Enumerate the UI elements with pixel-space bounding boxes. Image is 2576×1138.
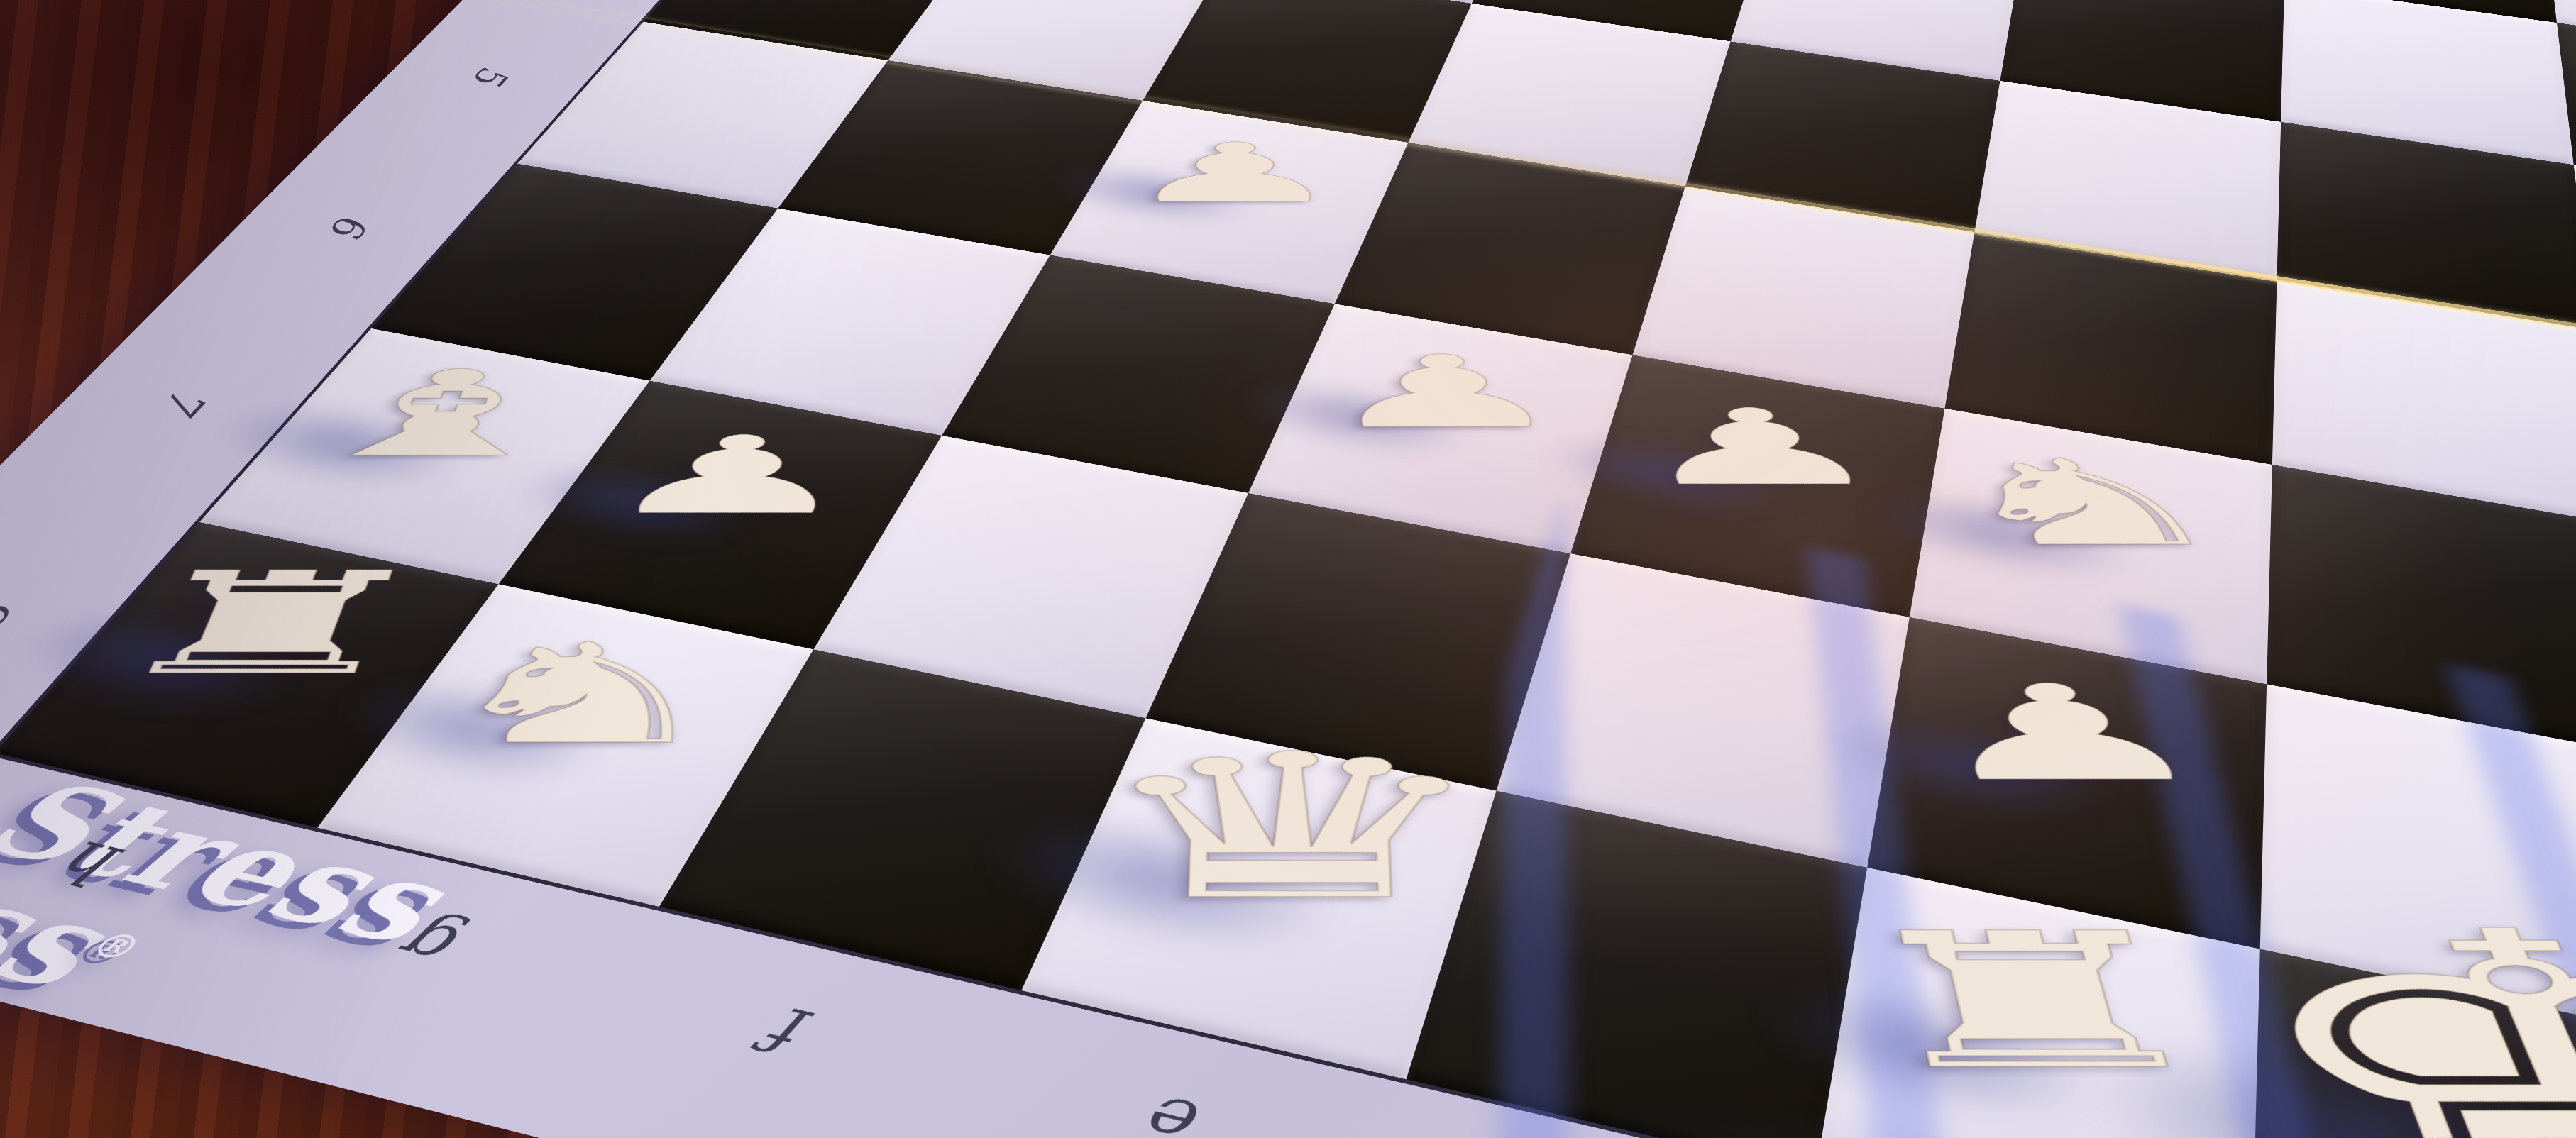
registered-mark: ®: [79, 922, 147, 969]
rank-label-left-5: 5: [440, 45, 543, 106]
rank-label-left-6: 6: [293, 191, 407, 261]
chess-board: No Stress Chess® 8877665544332211hgfedcb…: [0, 0, 2576, 1138]
file-label-f: f: [706, 981, 880, 1083]
rank-label-left-8: 8: [0, 560, 62, 658]
perspective-camera: No Stress Chess® 8877665544332211hgfedcb…: [0, 0, 2576, 1138]
photo-scene: No Stress Chess® 8877665544332211hgfedcb…: [0, 0, 2576, 1138]
rank-label-left-7: 7: [121, 360, 248, 443]
file-label-g: g: [346, 898, 519, 994]
file-label-e: e: [1089, 1070, 1264, 1138]
